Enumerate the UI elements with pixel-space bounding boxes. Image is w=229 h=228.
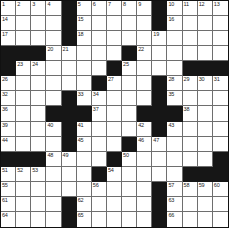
cell-r2c4[interactable] (46, 16, 61, 31)
cell-r14c7[interactable] (92, 197, 107, 212)
cell-r5c5[interactable] (62, 61, 77, 76)
cell-r4c4[interactable]: 20 (46, 46, 61, 61)
clue-number-2: 2 (17, 1, 20, 7)
cell-r2c2[interactable] (16, 16, 31, 31)
black-cell-r8c6 (77, 106, 92, 121)
clue-number-30: 30 (199, 76, 205, 82)
cell-r12c3[interactable]: 53 (31, 167, 46, 182)
cell-r13c7[interactable]: 56 (92, 182, 107, 197)
clue-number-42: 42 (138, 122, 144, 128)
cell-r3c10[interactable] (137, 31, 152, 46)
cell-r12c10[interactable] (137, 167, 152, 182)
cell-r10c11[interactable]: 47 (152, 137, 167, 152)
black-cell-r2c5 (62, 16, 77, 31)
cell-r10c1[interactable]: 44 (1, 137, 16, 152)
cell-r15c4[interactable] (46, 212, 61, 227)
black-cell-r1c5 (62, 1, 77, 16)
cell-r3c1[interactable]: 17 (1, 31, 16, 46)
cell-r15c2[interactable] (16, 212, 31, 227)
clue-number-53: 53 (32, 167, 38, 173)
clue-number-62: 62 (78, 197, 84, 203)
cell-r10c14[interactable] (198, 137, 213, 152)
cell-r6c12[interactable]: 28 (167, 76, 182, 91)
cell-r2c12[interactable]: 16 (167, 16, 182, 31)
cell-r9c2[interactable] (16, 122, 31, 137)
cell-r13c6[interactable] (77, 182, 92, 197)
cell-r2c15[interactable] (213, 16, 228, 31)
cell-r14c14[interactable] (198, 197, 213, 212)
clue-number-6: 6 (93, 1, 96, 7)
cell-r7c13[interactable] (183, 91, 198, 106)
black-cell-r3c5 (62, 31, 77, 46)
clue-number-21: 21 (63, 46, 69, 52)
clue-number-57: 57 (168, 182, 174, 188)
cell-r5c9[interactable]: 25 (122, 61, 137, 76)
black-cell-r11c8 (107, 152, 122, 167)
cell-r12c11[interactable] (152, 167, 167, 182)
black-cell-r8c4 (46, 106, 61, 121)
clue-number-34: 34 (93, 91, 99, 97)
clue-number-66: 66 (168, 212, 174, 218)
cell-r15c8[interactable] (107, 212, 122, 227)
black-cell-r7c11 (152, 91, 167, 106)
clue-number-39: 39 (2, 122, 8, 128)
black-cell-r14c11 (152, 197, 167, 212)
cell-r14c2[interactable] (16, 197, 31, 212)
cell-r7c14[interactable] (198, 91, 213, 106)
clue-number-12: 12 (199, 1, 205, 7)
cell-r4c12[interactable] (167, 46, 182, 61)
cell-r1c6[interactable]: 5 (77, 1, 92, 16)
cell-r1c9[interactable]: 8 (122, 1, 137, 16)
cell-r8c9[interactable] (122, 106, 137, 121)
cell-r11c10[interactable] (137, 152, 152, 167)
cell-r12c2[interactable]: 52 (16, 167, 31, 182)
cell-r1c12[interactable]: 10 (167, 1, 182, 16)
cell-r1c1[interactable]: 1 (1, 1, 16, 16)
cell-r11c4[interactable]: 48 (46, 152, 61, 167)
cell-r13c9[interactable] (122, 182, 137, 197)
cell-r1c15[interactable]: 13 (213, 1, 228, 16)
black-cell-r13c11 (152, 182, 167, 197)
cell-r5c2[interactable]: 23 (16, 61, 31, 76)
clue-number-9: 9 (138, 1, 141, 7)
black-cell-r9c11 (152, 122, 167, 137)
cell-r6c13[interactable]: 29 (183, 76, 198, 91)
clue-number-5: 5 (78, 1, 81, 7)
clue-number-11: 11 (184, 1, 189, 7)
cell-r14c12[interactable]: 63 (167, 197, 182, 212)
cell-r7c4[interactable] (46, 91, 61, 106)
cell-r8c14[interactable] (198, 106, 213, 121)
clue-number-33: 33 (78, 91, 84, 97)
cell-r12c1[interactable]: 51 (1, 167, 16, 182)
cell-r10c10[interactable]: 46 (137, 137, 152, 152)
cell-r5c4[interactable] (46, 61, 61, 76)
cell-r10c8[interactable] (107, 137, 122, 152)
cell-r6c5[interactable] (62, 76, 77, 91)
cell-r6c10[interactable] (137, 76, 152, 91)
clue-number-1: 1 (2, 1, 5, 7)
black-cell-r10c5 (62, 137, 77, 152)
cell-r15c12[interactable]: 66 (167, 212, 182, 227)
cell-r4c5[interactable]: 21 (62, 46, 77, 61)
cell-r7c7[interactable]: 34 (92, 91, 107, 106)
cell-r1c3[interactable]: 3 (31, 1, 46, 16)
cell-r4c15[interactable] (213, 46, 228, 61)
cell-r12c5[interactable] (62, 167, 77, 182)
cell-r8c3[interactable] (31, 106, 46, 121)
cell-r6c8[interactable]: 27 (107, 76, 122, 91)
cell-r3c7[interactable] (92, 31, 107, 46)
black-cell-r2c11 (152, 16, 167, 31)
cell-r7c2[interactable] (16, 91, 31, 106)
cell-r10c6[interactable]: 45 (77, 137, 92, 152)
cell-r4c13[interactable] (183, 46, 198, 61)
cell-r1c10[interactable]: 9 (137, 1, 152, 16)
cell-r10c7[interactable] (92, 137, 107, 152)
cell-r10c2[interactable] (16, 137, 31, 152)
cell-r5c10[interactable] (137, 61, 152, 76)
cell-r10c13[interactable] (183, 137, 198, 152)
cell-r15c7[interactable] (92, 212, 107, 227)
black-cell-r12c15 (213, 167, 228, 182)
cell-r4c14[interactable] (198, 46, 213, 61)
cell-r13c15[interactable]: 60 (213, 182, 228, 197)
cell-r9c8[interactable] (107, 122, 122, 137)
clue-number-51: 51 (2, 167, 8, 173)
cell-r15c10[interactable] (137, 212, 152, 227)
cell-r6c4[interactable] (46, 76, 61, 91)
clue-number-63: 63 (168, 197, 174, 203)
cell-r8c15[interactable] (213, 106, 228, 121)
cell-r13c8[interactable] (107, 182, 122, 197)
clue-number-17: 17 (2, 31, 8, 37)
cell-r3c14[interactable] (198, 31, 213, 46)
cell-r5c11[interactable] (152, 61, 167, 76)
cell-r9c1[interactable]: 39 (1, 122, 16, 137)
cell-r4c10[interactable]: 22 (137, 46, 152, 61)
cell-r2c14[interactable] (198, 16, 213, 31)
black-cell-r5c1 (1, 61, 16, 76)
black-cell-r5c8 (107, 61, 122, 76)
black-cell-r5c13 (183, 61, 198, 76)
clue-number-32: 32 (2, 91, 8, 97)
clue-number-16: 16 (168, 16, 174, 22)
clue-number-7: 7 (108, 1, 111, 7)
cell-r3c2[interactable] (16, 31, 31, 46)
cell-r1c8[interactable]: 7 (107, 1, 122, 16)
cell-r3c15[interactable] (213, 31, 228, 46)
cell-r13c4[interactable] (46, 182, 61, 197)
clue-number-31: 31 (214, 76, 220, 82)
cell-r4c6[interactable] (77, 46, 92, 61)
black-cell-r12c13 (183, 167, 198, 182)
cell-r12c12[interactable] (167, 167, 182, 182)
clue-number-8: 8 (123, 1, 126, 7)
clue-number-24: 24 (32, 61, 38, 67)
clue-number-45: 45 (78, 137, 84, 143)
cell-r8c2[interactable] (16, 106, 31, 121)
clue-number-41: 41 (78, 122, 84, 128)
cell-r12c4[interactable] (46, 167, 61, 182)
clue-number-50: 50 (123, 152, 129, 158)
cell-r14c15[interactable] (213, 197, 228, 212)
cell-r3c8[interactable] (107, 31, 122, 46)
cell-r14c13[interactable] (183, 197, 198, 212)
clue-number-27: 27 (108, 76, 114, 82)
clue-number-64: 64 (2, 212, 8, 218)
cell-r15c15[interactable] (213, 212, 228, 227)
cell-r3c9[interactable] (122, 31, 137, 46)
cell-r3c4[interactable] (46, 31, 61, 46)
cell-r7c15[interactable] (213, 91, 228, 106)
black-cell-r4c9 (122, 46, 137, 61)
clue-number-18: 18 (78, 31, 84, 37)
cell-r10c4[interactable] (46, 137, 61, 152)
cell-r2c10[interactable] (137, 16, 152, 31)
cell-r14c10[interactable] (137, 197, 152, 212)
cell-r11c6[interactable] (77, 152, 92, 167)
cell-r1c13[interactable]: 11 (183, 1, 198, 16)
cell-r11c5[interactable]: 49 (62, 152, 77, 167)
cell-r9c6[interactable]: 41 (77, 122, 92, 137)
clue-number-60: 60 (214, 182, 220, 188)
clue-number-38: 38 (184, 106, 190, 112)
black-cell-r12c14 (198, 167, 213, 182)
black-cell-r5c14 (198, 61, 213, 76)
cell-r7c6[interactable]: 33 (77, 91, 92, 106)
black-cell-r14c5 (62, 197, 77, 212)
clue-number-52: 52 (17, 167, 23, 173)
cell-r15c9[interactable] (122, 212, 137, 227)
cell-r8c13[interactable]: 38 (183, 106, 198, 121)
clue-number-36: 36 (2, 106, 8, 112)
clue-number-26: 26 (2, 76, 8, 82)
clue-number-40: 40 (47, 122, 53, 128)
cell-r15c6[interactable]: 65 (77, 212, 92, 227)
cell-r4c7[interactable] (92, 46, 107, 61)
clue-number-46: 46 (138, 137, 144, 143)
clue-number-23: 23 (17, 61, 23, 67)
cell-r15c3[interactable] (31, 212, 46, 227)
cell-r14c6[interactable]: 62 (77, 197, 92, 212)
clue-number-15: 15 (78, 16, 84, 22)
cell-r9c15[interactable] (213, 122, 228, 137)
clue-number-10: 10 (168, 1, 174, 7)
cell-r12c8[interactable]: 54 (107, 167, 122, 182)
cell-r3c12[interactable] (167, 31, 182, 46)
cell-r13c13[interactable]: 58 (183, 182, 198, 197)
cell-r6c6[interactable] (77, 76, 92, 91)
cell-r11c7[interactable] (92, 152, 107, 167)
clue-number-56: 56 (93, 182, 99, 188)
cell-r12c9[interactable] (122, 167, 137, 182)
clue-number-29: 29 (184, 76, 190, 82)
clue-number-47: 47 (153, 137, 159, 143)
cell-r9c10[interactable]: 42 (137, 122, 152, 137)
cell-r3c11[interactable]: 19 (152, 31, 167, 46)
cell-r9c4[interactable]: 40 (46, 122, 61, 137)
cell-r8c1[interactable]: 36 (1, 106, 16, 121)
clue-number-48: 48 (47, 152, 53, 158)
black-cell-r4c1 (1, 46, 16, 61)
black-cell-r1c11 (152, 1, 167, 16)
cell-r13c2[interactable] (16, 182, 31, 197)
cell-r5c7[interactable] (92, 61, 107, 76)
cell-r9c13[interactable] (183, 122, 198, 137)
cell-r2c6[interactable]: 15 (77, 16, 92, 31)
cell-r2c7[interactable] (92, 16, 107, 31)
cell-r2c13[interactable] (183, 16, 198, 31)
clue-number-43: 43 (168, 122, 174, 128)
cell-r14c3[interactable] (31, 197, 46, 212)
clue-number-25: 25 (123, 61, 129, 67)
black-cell-r10c9 (122, 137, 137, 152)
clue-number-54: 54 (108, 167, 114, 173)
cell-r14c8[interactable] (107, 197, 122, 212)
clue-number-58: 58 (184, 182, 190, 188)
cell-r1c2[interactable]: 2 (16, 1, 31, 16)
cell-r7c10[interactable] (137, 91, 152, 106)
cell-r14c9[interactable] (122, 197, 137, 212)
cell-r3c13[interactable] (183, 31, 198, 46)
cell-r9c14[interactable] (198, 122, 213, 137)
crossword-grid: 1234567891011121314151617181920212223242… (0, 0, 229, 228)
cell-r5c6[interactable] (77, 61, 92, 76)
cell-r1c7[interactable]: 6 (92, 1, 107, 16)
cell-r6c3[interactable] (31, 76, 46, 91)
black-cell-r15c11 (152, 212, 167, 227)
cell-r2c3[interactable] (31, 16, 46, 31)
black-cell-r8c11 (152, 106, 167, 121)
clue-number-4: 4 (47, 1, 50, 7)
cell-r9c7[interactable] (92, 122, 107, 137)
black-cell-r11c1 (1, 152, 16, 167)
black-cell-r11c3 (31, 152, 46, 167)
clue-number-65: 65 (78, 212, 84, 218)
cell-r15c1[interactable]: 64 (1, 212, 16, 227)
clue-number-61: 61 (2, 197, 8, 203)
cell-r10c15[interactable] (213, 137, 228, 152)
cell-r13c12[interactable]: 57 (167, 182, 182, 197)
cell-r2c9[interactable] (122, 16, 137, 31)
black-cell-r12c7 (92, 167, 107, 182)
clue-number-37: 37 (93, 106, 99, 112)
cell-r13c5[interactable] (62, 182, 77, 197)
black-cell-r6c11 (152, 76, 167, 91)
cell-r15c14[interactable] (198, 212, 213, 227)
black-cell-r9c5 (62, 122, 77, 137)
clue-number-3: 3 (32, 1, 35, 7)
cell-r11c9[interactable]: 50 (122, 152, 137, 167)
cell-r4c11[interactable] (152, 46, 167, 61)
black-cell-r8c10 (137, 106, 152, 121)
cell-r8c8[interactable] (107, 106, 122, 121)
cell-r7c9[interactable] (122, 91, 137, 106)
cell-r6c14[interactable]: 30 (198, 76, 213, 91)
black-cell-r8c5 (62, 106, 77, 121)
cell-r13c3[interactable] (31, 182, 46, 197)
black-cell-r6c7 (92, 76, 107, 91)
cell-r11c11[interactable] (152, 152, 167, 167)
black-cell-r7c5 (62, 91, 77, 106)
cell-r7c1[interactable]: 32 (1, 91, 16, 106)
cell-r6c2[interactable] (16, 76, 31, 91)
clue-number-44: 44 (2, 137, 8, 143)
cell-r5c12[interactable] (167, 61, 182, 76)
clue-number-19: 19 (153, 31, 159, 37)
cell-r11c13[interactable] (183, 152, 198, 167)
black-cell-r15c5 (62, 212, 77, 227)
clue-number-55: 55 (2, 182, 8, 188)
cell-r12c6[interactable] (77, 167, 92, 182)
cell-r4c8[interactable] (107, 46, 122, 61)
cell-r7c12[interactable]: 35 (167, 91, 182, 106)
cell-r8c7[interactable]: 37 (92, 106, 107, 121)
cell-r13c1[interactable]: 55 (1, 182, 16, 197)
clue-number-14: 14 (2, 16, 8, 22)
cell-r7c3[interactable] (31, 91, 46, 106)
cell-r2c1[interactable]: 14 (1, 16, 16, 31)
cell-r9c9[interactable] (122, 122, 137, 137)
cell-r14c1[interactable]: 61 (1, 197, 16, 212)
black-cell-r5c15 (213, 61, 228, 76)
cell-r10c3[interactable] (31, 137, 46, 152)
cell-r1c4[interactable]: 4 (46, 1, 61, 16)
cell-r13c10[interactable] (137, 182, 152, 197)
clue-number-28: 28 (168, 76, 174, 82)
clue-number-20: 20 (47, 46, 53, 52)
clue-number-59: 59 (199, 182, 205, 188)
black-cell-r11c15 (213, 152, 228, 167)
cell-r15c13[interactable] (183, 212, 198, 227)
cell-r3c6[interactable]: 18 (77, 31, 92, 46)
black-cell-r4c2 (16, 46, 31, 61)
cell-r5c3[interactable]: 24 (31, 61, 46, 76)
cell-r14c4[interactable] (46, 197, 61, 212)
cell-r13c14[interactable]: 59 (198, 182, 213, 197)
cell-r2c8[interactable] (107, 16, 122, 31)
clue-number-35: 35 (168, 91, 174, 97)
cell-r11c14[interactable] (198, 152, 213, 167)
cell-r3c3[interactable] (31, 31, 46, 46)
cell-r10c12[interactable] (167, 137, 182, 152)
cell-r6c1[interactable]: 26 (1, 76, 16, 91)
cell-r1c14[interactable]: 12 (198, 1, 213, 16)
cell-r6c15[interactable]: 31 (213, 76, 228, 91)
cell-r6c9[interactable] (122, 76, 137, 91)
clue-number-49: 49 (63, 152, 69, 158)
black-cell-r4c3 (31, 46, 46, 61)
cell-r11c12[interactable] (167, 152, 182, 167)
clue-number-22: 22 (138, 46, 144, 52)
cell-r7c8[interactable] (107, 91, 122, 106)
black-cell-r11c2 (16, 152, 31, 167)
clue-number-13: 13 (214, 1, 220, 7)
black-cell-r8c12 (167, 106, 182, 121)
cell-r9c3[interactable] (31, 122, 46, 137)
cell-r9c12[interactable]: 43 (167, 122, 182, 137)
